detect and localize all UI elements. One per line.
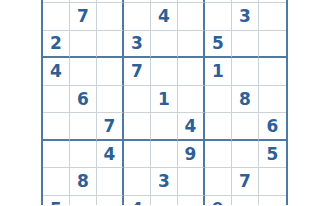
cell-r8c1[interactable] bbox=[43, 168, 70, 196]
cell-r4c1: 4 bbox=[43, 58, 70, 86]
cell-r3c6[interactable] bbox=[178, 31, 205, 59]
cell-r9c9[interactable] bbox=[259, 196, 286, 206]
cell-r7c8[interactable] bbox=[232, 141, 259, 169]
cell-r6c2[interactable] bbox=[70, 113, 97, 141]
cell-r9c6[interactable] bbox=[178, 196, 205, 206]
cell-r5c4[interactable] bbox=[124, 86, 151, 114]
cell-r5c2: 6 bbox=[70, 86, 97, 114]
cell-r2c4[interactable] bbox=[124, 3, 151, 31]
cell-r2c5: 4 bbox=[151, 3, 178, 31]
cell-r3c7: 5 bbox=[205, 31, 232, 59]
cell-r7c4[interactable] bbox=[124, 141, 151, 169]
cell-r2c2: 7 bbox=[70, 3, 97, 31]
cell-r4c9[interactable] bbox=[259, 58, 286, 86]
cell-r4c7: 1 bbox=[205, 58, 232, 86]
cell-r5c5: 1 bbox=[151, 86, 178, 114]
cell-r6c5[interactable] bbox=[151, 113, 178, 141]
cell-r8c3[interactable] bbox=[97, 168, 124, 196]
cell-r6c9: 6 bbox=[259, 113, 286, 141]
cell-r5c6[interactable] bbox=[178, 86, 205, 114]
cell-r6c6: 4 bbox=[178, 113, 205, 141]
cell-r4c8[interactable] bbox=[232, 58, 259, 86]
cell-r5c8: 8 bbox=[232, 86, 259, 114]
cell-r9c1: 5 bbox=[43, 196, 70, 206]
cell-r7c9: 5 bbox=[259, 141, 286, 169]
cell-r4c6[interactable] bbox=[178, 58, 205, 86]
cell-r7c2[interactable] bbox=[70, 141, 97, 169]
cell-r7c6: 9 bbox=[178, 141, 205, 169]
cell-r9c4: 4 bbox=[124, 196, 151, 206]
cell-r2c6[interactable] bbox=[178, 3, 205, 31]
cell-r6c3: 7 bbox=[97, 113, 124, 141]
cell-r9c2[interactable] bbox=[70, 196, 97, 206]
cell-r2c8: 3 bbox=[232, 3, 259, 31]
cell-r4c5[interactable] bbox=[151, 58, 178, 86]
cell-r4c3[interactable] bbox=[97, 58, 124, 86]
cell-r3c9[interactable] bbox=[259, 31, 286, 59]
cell-r5c3[interactable] bbox=[97, 86, 124, 114]
cell-r2c9[interactable] bbox=[259, 3, 286, 31]
cell-r8c6[interactable] bbox=[178, 168, 205, 196]
cell-r6c7[interactable] bbox=[205, 113, 232, 141]
cell-r3c3[interactable] bbox=[97, 31, 124, 59]
cell-r7c3: 4 bbox=[97, 141, 124, 169]
cell-r9c8[interactable] bbox=[232, 196, 259, 206]
cell-r2c7[interactable] bbox=[205, 3, 232, 31]
sudoku-board: 129743235471618746495837549 bbox=[41, 0, 288, 205]
cell-r2c1[interactable] bbox=[43, 3, 70, 31]
cell-r9c5[interactable] bbox=[151, 196, 178, 206]
cell-r3c1: 2 bbox=[43, 31, 70, 59]
cell-r5c1[interactable] bbox=[43, 86, 70, 114]
cell-r8c2: 8 bbox=[70, 168, 97, 196]
cell-r6c8[interactable] bbox=[232, 113, 259, 141]
cell-r6c1[interactable] bbox=[43, 113, 70, 141]
cell-r9c3[interactable] bbox=[97, 196, 124, 206]
cell-r5c7[interactable] bbox=[205, 86, 232, 114]
sudoku-viewport: 129743235471618746495837549 bbox=[0, 0, 328, 205]
cell-r2c3[interactable] bbox=[97, 3, 124, 31]
cell-r9c7: 9 bbox=[205, 196, 232, 206]
cell-r8c8: 7 bbox=[232, 168, 259, 196]
cell-r3c5[interactable] bbox=[151, 31, 178, 59]
cell-r8c9[interactable] bbox=[259, 168, 286, 196]
cell-r8c7[interactable] bbox=[205, 168, 232, 196]
cell-r3c4: 3 bbox=[124, 31, 151, 59]
cell-r8c5: 3 bbox=[151, 168, 178, 196]
cell-r7c7[interactable] bbox=[205, 141, 232, 169]
cell-r3c8[interactable] bbox=[232, 31, 259, 59]
cell-r6c4[interactable] bbox=[124, 113, 151, 141]
cell-r8c4[interactable] bbox=[124, 168, 151, 196]
cell-r5c9[interactable] bbox=[259, 86, 286, 114]
cell-r7c1[interactable] bbox=[43, 141, 70, 169]
cell-r7c5[interactable] bbox=[151, 141, 178, 169]
cell-r3c2[interactable] bbox=[70, 31, 97, 59]
cell-r4c2[interactable] bbox=[70, 58, 97, 86]
cell-r4c4: 7 bbox=[124, 58, 151, 86]
